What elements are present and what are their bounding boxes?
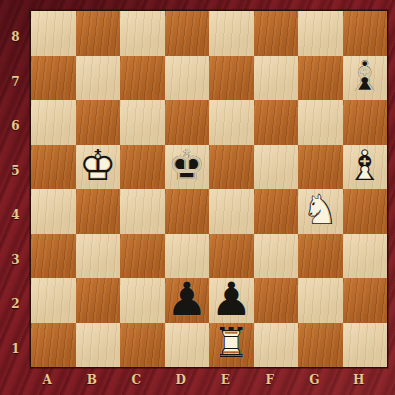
square-f8[interactable] xyxy=(254,11,299,56)
square-a7[interactable] xyxy=(31,56,76,101)
square-f5[interactable] xyxy=(254,145,299,190)
file-label-d: D xyxy=(159,366,204,394)
square-a8[interactable] xyxy=(31,11,76,56)
file-label-g: G xyxy=(292,366,337,394)
square-f3[interactable] xyxy=(254,234,299,279)
square-g7[interactable] xyxy=(298,56,343,101)
square-a3[interactable] xyxy=(31,234,76,279)
square-f1[interactable] xyxy=(254,323,299,368)
white-rook[interactable]: ♜♖ xyxy=(209,323,254,368)
square-h4[interactable] xyxy=(343,189,388,234)
rank-label-3: 3 xyxy=(0,238,31,283)
square-f4[interactable] xyxy=(254,189,299,234)
black-pawn[interactable]: ♟ xyxy=(165,278,210,323)
square-b1[interactable] xyxy=(76,323,121,368)
square-g8[interactable] xyxy=(298,11,343,56)
file-labels: ABCDEFGH xyxy=(31,367,387,395)
square-e1[interactable]: ♜♖ xyxy=(209,323,254,368)
square-c1[interactable] xyxy=(120,323,165,368)
black-king-detail: ♔ xyxy=(165,144,210,189)
square-e5[interactable] xyxy=(209,145,254,190)
black-pawn-glyph: ♟ xyxy=(209,277,254,322)
square-e4[interactable] xyxy=(209,189,254,234)
square-c5[interactable] xyxy=(120,145,165,190)
white-bishop-outline: ♗ xyxy=(343,144,388,189)
square-e6[interactable] xyxy=(209,100,254,145)
square-a1[interactable] xyxy=(31,323,76,368)
chessboard: ♝♗♚♔♚♔♝♗♞♘♟♟♜♖ xyxy=(31,11,387,367)
square-h7[interactable]: ♝♗ xyxy=(343,56,388,101)
square-c2[interactable] xyxy=(120,278,165,323)
square-e7[interactable] xyxy=(209,56,254,101)
square-a4[interactable] xyxy=(31,189,76,234)
square-c3[interactable] xyxy=(120,234,165,279)
rank-label-6: 6 xyxy=(0,104,31,149)
square-h5[interactable]: ♝♗ xyxy=(343,145,388,190)
file-label-b: B xyxy=(70,366,115,394)
square-a5[interactable] xyxy=(31,145,76,190)
square-f2[interactable] xyxy=(254,278,299,323)
square-a6[interactable] xyxy=(31,100,76,145)
square-d6[interactable] xyxy=(165,100,210,145)
rank-label-5: 5 xyxy=(0,149,31,194)
chessboard-frame: 87654321 ABCDEFGH ♝♗♚♔♚♔♝♗♞♘♟♟♜♖ xyxy=(0,0,395,395)
square-b4[interactable] xyxy=(76,189,121,234)
black-bishop-detail: ♗ xyxy=(343,55,388,100)
square-d2[interactable]: ♟ xyxy=(165,278,210,323)
rank-label-1: 1 xyxy=(0,327,31,372)
square-c7[interactable] xyxy=(120,56,165,101)
square-b3[interactable] xyxy=(76,234,121,279)
rank-label-2: 2 xyxy=(0,282,31,327)
square-d7[interactable] xyxy=(165,56,210,101)
square-b6[interactable] xyxy=(76,100,121,145)
black-king[interactable]: ♚♔ xyxy=(165,145,210,190)
rank-label-7: 7 xyxy=(0,60,31,105)
rank-label-8: 8 xyxy=(0,15,31,60)
black-bishop[interactable]: ♝♗ xyxy=(343,56,388,101)
square-h2[interactable] xyxy=(343,278,388,323)
file-label-e: E xyxy=(203,366,248,394)
square-c4[interactable] xyxy=(120,189,165,234)
square-h8[interactable] xyxy=(343,11,388,56)
square-e8[interactable] xyxy=(209,11,254,56)
square-g3[interactable] xyxy=(298,234,343,279)
rank-labels: 87654321 xyxy=(0,11,31,367)
square-g4[interactable]: ♞♘ xyxy=(298,189,343,234)
white-rook-outline: ♖ xyxy=(209,322,254,367)
white-bishop[interactable]: ♝♗ xyxy=(343,145,388,190)
square-d5[interactable]: ♚♔ xyxy=(165,145,210,190)
square-d1[interactable] xyxy=(165,323,210,368)
white-knight-outline: ♘ xyxy=(298,188,343,233)
square-f7[interactable] xyxy=(254,56,299,101)
square-g6[interactable] xyxy=(298,100,343,145)
white-knight[interactable]: ♞♘ xyxy=(298,189,343,234)
file-label-c: C xyxy=(114,366,159,394)
square-f6[interactable] xyxy=(254,100,299,145)
file-label-f: F xyxy=(248,366,293,394)
square-e2[interactable]: ♟ xyxy=(209,278,254,323)
square-h1[interactable] xyxy=(343,323,388,368)
black-pawn[interactable]: ♟ xyxy=(209,278,254,323)
square-b5[interactable]: ♚♔ xyxy=(76,145,121,190)
square-g2[interactable] xyxy=(298,278,343,323)
square-c6[interactable] xyxy=(120,100,165,145)
square-a2[interactable] xyxy=(31,278,76,323)
square-b8[interactable] xyxy=(76,11,121,56)
square-b7[interactable] xyxy=(76,56,121,101)
square-g5[interactable] xyxy=(298,145,343,190)
square-h6[interactable] xyxy=(343,100,388,145)
square-d8[interactable] xyxy=(165,11,210,56)
file-label-h: H xyxy=(337,366,382,394)
square-g1[interactable] xyxy=(298,323,343,368)
black-pawn-glyph: ♟ xyxy=(165,277,210,322)
square-h3[interactable] xyxy=(343,234,388,279)
white-king[interactable]: ♚♔ xyxy=(76,145,121,190)
square-c8[interactable] xyxy=(120,11,165,56)
white-king-outline: ♔ xyxy=(76,144,121,189)
rank-label-4: 4 xyxy=(0,193,31,238)
square-b2[interactable] xyxy=(76,278,121,323)
file-label-a: A xyxy=(25,366,70,394)
square-d4[interactable] xyxy=(165,189,210,234)
